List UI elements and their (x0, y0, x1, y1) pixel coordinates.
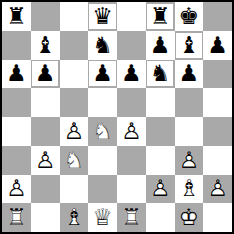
square-d2[interactable] (88, 175, 117, 204)
square-b7[interactable]: ♝ (31, 31, 60, 60)
piece-white-rook: ♜♖ (121, 206, 142, 229)
square-d5[interactable] (88, 88, 117, 117)
square-a8[interactable]: ♜ (2, 2, 31, 31)
square-d7[interactable]: ♞ (88, 31, 117, 60)
piece-white-pawn: ♟♙ (150, 177, 171, 200)
square-b8[interactable] (31, 2, 60, 31)
piece-black-bishop: ♝ (176, 33, 203, 58)
piece-black-pawn: ♟ (176, 61, 203, 86)
square-b4[interactable] (31, 117, 60, 146)
piece-white-pawn: ♟♙ (6, 177, 27, 200)
square-d4[interactable]: ♞♘ (88, 117, 117, 146)
piece-black-queen: ♛ (89, 4, 116, 29)
square-h4[interactable] (203, 117, 232, 146)
square-b3[interactable]: ♟♙ (31, 146, 60, 175)
piece-black-pawn: ♟ (147, 33, 174, 58)
square-f2[interactable]: ♟♙ (146, 175, 175, 204)
square-g8[interactable]: ♚ (175, 2, 204, 31)
square-g7[interactable]: ♝ (175, 31, 204, 60)
piece-black-rook: ♜ (147, 4, 174, 29)
piece-white-bishop: ♝♗ (64, 206, 85, 229)
piece-black-pawn: ♟ (32, 61, 59, 86)
square-f7[interactable]: ♟ (146, 31, 175, 60)
square-d3[interactable] (88, 146, 117, 175)
square-h2[interactable]: ♟♙ (203, 175, 232, 204)
square-f6[interactable]: ♞ (146, 60, 175, 89)
square-f4[interactable] (146, 117, 175, 146)
square-c2[interactable] (60, 175, 89, 204)
piece-black-knight: ♞ (147, 61, 174, 86)
square-f5[interactable] (146, 88, 175, 117)
piece-black-pawn: ♟ (204, 33, 231, 58)
piece-white-king: ♚♔ (179, 206, 200, 229)
square-a1[interactable]: ♜♖ (2, 203, 31, 232)
square-c7[interactable] (60, 31, 89, 60)
piece-white-bishop: ♝♗ (179, 177, 200, 200)
square-c6[interactable] (60, 60, 89, 89)
square-h1[interactable] (203, 203, 232, 232)
square-e3[interactable] (117, 146, 146, 175)
square-g4[interactable] (175, 117, 204, 146)
square-a5[interactable] (2, 88, 31, 117)
square-c8[interactable] (60, 2, 89, 31)
square-h8[interactable] (203, 2, 232, 31)
piece-black-bishop: ♝ (32, 33, 59, 58)
square-b6[interactable]: ♟ (31, 60, 60, 89)
square-h7[interactable]: ♟ (203, 31, 232, 60)
square-g1[interactable]: ♚♔ (175, 203, 204, 232)
square-g3[interactable]: ♟♙ (175, 146, 204, 175)
square-a6[interactable]: ♟ (2, 60, 31, 89)
piece-black-knight: ♞ (89, 33, 116, 58)
square-g2[interactable]: ♝♗ (175, 175, 204, 204)
square-e1[interactable]: ♜♖ (117, 203, 146, 232)
square-b5[interactable] (31, 88, 60, 117)
chess-board: ♜♛♜♚♝♞♟♝♟♟♟♟♟♞♟♟♙♞♘♟♙♟♙♞♘♟♙♟♙♟♙♝♗♟♙♜♖♝♗♛… (0, 0, 234, 234)
square-a3[interactable] (2, 146, 31, 175)
square-a7[interactable] (2, 31, 31, 60)
square-e7[interactable] (117, 31, 146, 60)
piece-white-pawn: ♟♙ (121, 120, 142, 143)
square-h6[interactable] (203, 60, 232, 89)
square-f1[interactable] (146, 203, 175, 232)
square-h3[interactable] (203, 146, 232, 175)
square-e5[interactable] (117, 88, 146, 117)
square-e4[interactable]: ♟♙ (117, 117, 146, 146)
piece-white-knight: ♞♘ (92, 120, 113, 143)
square-d6[interactable]: ♟ (88, 60, 117, 89)
square-d1[interactable]: ♛♕ (88, 203, 117, 232)
piece-white-pawn: ♟♙ (179, 149, 200, 172)
square-f8[interactable]: ♜ (146, 2, 175, 31)
square-c1[interactable]: ♝♗ (60, 203, 89, 232)
piece-white-queen: ♛♕ (92, 206, 113, 229)
square-c3[interactable]: ♞♘ (60, 146, 89, 175)
piece-white-pawn: ♟♙ (64, 120, 85, 143)
square-b1[interactable] (31, 203, 60, 232)
square-d8[interactable]: ♛ (88, 2, 117, 31)
piece-white-knight: ♞♘ (64, 149, 85, 172)
piece-white-rook: ♜♖ (6, 206, 27, 229)
square-f3[interactable] (146, 146, 175, 175)
piece-black-king: ♚ (176, 4, 203, 29)
square-h5[interactable] (203, 88, 232, 117)
piece-white-pawn: ♟♙ (207, 177, 228, 200)
piece-black-pawn: ♟ (118, 61, 145, 86)
square-e8[interactable] (117, 2, 146, 31)
square-e2[interactable] (117, 175, 146, 204)
square-g6[interactable]: ♟ (175, 60, 204, 89)
square-e6[interactable]: ♟ (117, 60, 146, 89)
piece-white-pawn: ♟♙ (35, 149, 56, 172)
piece-black-rook: ♜ (3, 4, 30, 29)
square-c4[interactable]: ♟♙ (60, 117, 89, 146)
square-b2[interactable] (31, 175, 60, 204)
square-a4[interactable] (2, 117, 31, 146)
square-c5[interactable] (60, 88, 89, 117)
square-g5[interactable] (175, 88, 204, 117)
piece-black-pawn: ♟ (89, 61, 116, 86)
piece-black-pawn: ♟ (3, 61, 30, 86)
square-a2[interactable]: ♟♙ (2, 175, 31, 204)
chess-diagram: ♜♛♜♚♝♞♟♝♟♟♟♟♟♞♟♟♙♞♘♟♙♟♙♞♘♟♙♟♙♟♙♝♗♟♙♜♖♝♗♛… (0, 0, 234, 234)
